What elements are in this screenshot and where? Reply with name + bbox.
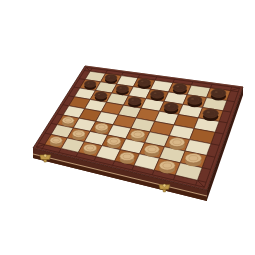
light-piece-g1[interactable] bbox=[159, 161, 175, 174]
piece-face bbox=[150, 90, 164, 98]
piece-mottle bbox=[108, 76, 110, 77]
light-piece-c3[interactable] bbox=[95, 123, 108, 133]
dark-piece-g7[interactable] bbox=[187, 96, 202, 108]
piece-mottle bbox=[98, 94, 100, 95]
piece-face bbox=[173, 84, 187, 92]
piece-mottle bbox=[141, 81, 144, 82]
dark-piece-c7[interactable] bbox=[116, 85, 129, 95]
checkers-board-photo bbox=[0, 0, 255, 255]
product-photo-stage bbox=[0, 0, 255, 255]
piece-mottle bbox=[191, 98, 194, 100]
piece-face bbox=[185, 153, 201, 162]
latch-knob bbox=[163, 184, 166, 187]
dark-piece-b8[interactable] bbox=[105, 74, 117, 83]
piece-face bbox=[83, 144, 96, 152]
piece-face bbox=[95, 123, 108, 131]
light-piece-g3[interactable] bbox=[169, 138, 184, 150]
light-piece-f2[interactable] bbox=[144, 145, 159, 157]
light-piece-e3[interactable] bbox=[131, 130, 145, 141]
piece-mottle bbox=[207, 111, 210, 113]
light-piece-c1[interactable] bbox=[83, 144, 96, 155]
light-piece-e1[interactable] bbox=[120, 152, 135, 164]
piece-face bbox=[211, 89, 226, 98]
piece-face bbox=[50, 137, 62, 144]
dark-piece-d6[interactable] bbox=[128, 97, 141, 107]
piece-face bbox=[164, 103, 178, 111]
light-piece-h2[interactable] bbox=[185, 153, 201, 166]
dark-piece-a7[interactable] bbox=[84, 81, 96, 90]
dark-piece-e7[interactable] bbox=[150, 90, 164, 101]
dark-piece-f6[interactable] bbox=[164, 103, 178, 114]
piece-face bbox=[62, 117, 74, 124]
piece-face bbox=[105, 74, 117, 81]
piece-face bbox=[120, 152, 135, 160]
light-piece-d2[interactable] bbox=[107, 137, 121, 148]
latch-knob bbox=[44, 154, 47, 157]
piece-face bbox=[107, 137, 121, 145]
piece-face bbox=[72, 130, 85, 137]
dark-piece-h8[interactable] bbox=[211, 89, 226, 101]
latch-hook bbox=[163, 189, 166, 192]
latch-hook bbox=[44, 160, 47, 163]
piece-mottle bbox=[176, 86, 179, 88]
piece-face bbox=[131, 130, 145, 138]
piece-face bbox=[95, 92, 107, 99]
piece-face bbox=[159, 161, 175, 170]
piece-mottle bbox=[87, 82, 89, 83]
piece-face bbox=[128, 97, 141, 105]
piece-mottle bbox=[119, 87, 122, 88]
piece-face bbox=[84, 81, 96, 88]
light-piece-a3[interactable] bbox=[62, 117, 74, 127]
piece-mottle bbox=[215, 91, 218, 93]
piece-face bbox=[169, 138, 184, 147]
piece-face bbox=[116, 85, 129, 92]
piece-mottle bbox=[131, 99, 134, 101]
piece-face bbox=[138, 79, 151, 86]
piece-face bbox=[144, 145, 159, 154]
dark-piece-h6[interactable] bbox=[203, 109, 218, 121]
light-piece-a1[interactable] bbox=[50, 137, 62, 147]
piece-mottle bbox=[168, 105, 171, 107]
piece-face bbox=[203, 109, 218, 118]
dark-piece-b6[interactable] bbox=[95, 92, 107, 102]
piece-mottle bbox=[154, 92, 157, 94]
light-piece-b2[interactable] bbox=[72, 130, 85, 140]
dark-piece-d8[interactable] bbox=[138, 79, 151, 89]
piece-face bbox=[187, 96, 202, 104]
dark-piece-f8[interactable] bbox=[173, 84, 187, 95]
